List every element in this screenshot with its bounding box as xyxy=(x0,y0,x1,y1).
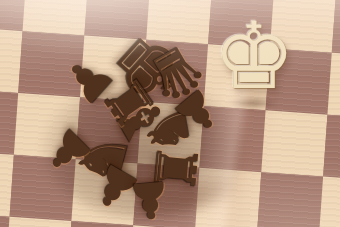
board-square xyxy=(23,0,89,35)
board-square xyxy=(208,0,274,48)
board-square xyxy=(18,31,84,97)
board-square xyxy=(270,0,336,53)
white-king-shadow xyxy=(228,96,280,110)
chessboard-photo: ♚♚♛♝♜♜♞♞♟♟♟♟♟ xyxy=(0,0,340,227)
board-square xyxy=(146,0,212,44)
board-square xyxy=(261,110,327,176)
board-square xyxy=(257,172,323,227)
board-square xyxy=(319,176,340,227)
board-square xyxy=(84,0,150,40)
